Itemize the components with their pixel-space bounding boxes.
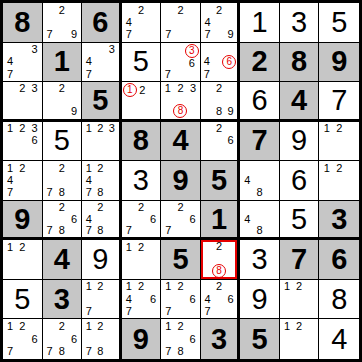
cell-r9c6[interactable]: 3 — [201, 319, 241, 359]
candidate-digit: 2 — [177, 5, 183, 16]
candidate-digit: 8 — [216, 106, 222, 117]
candidate-digit: 4 — [126, 294, 132, 305]
candidate-digit: 1 — [126, 281, 132, 292]
candidate-digit: 2 — [59, 5, 65, 16]
pencil-marks: 2478 — [83, 202, 118, 237]
pencil-marks: 12478 — [83, 162, 118, 199]
candidate-digit: 4 — [204, 294, 210, 305]
cell-r5c5[interactable]: 9 — [161, 161, 201, 201]
pencil-marks: 12 — [123, 83, 160, 118]
candidate-digit: 8 — [97, 187, 103, 198]
candidate-digit: 2 — [216, 281, 222, 292]
cell-r7c5[interactable]: 5 — [161, 240, 201, 280]
pencil-marks: 48 — [241, 202, 278, 237]
cell-r1c2[interactable]: 279 — [43, 3, 83, 43]
candidate-digit: 2 — [59, 321, 65, 332]
cell-r3c6[interactable]: 289 — [201, 82, 241, 122]
pencil-marks: 347 — [4, 44, 41, 81]
cell-r5c7[interactable]: 48 — [240, 161, 280, 201]
candidate-digit: 6 — [190, 334, 196, 345]
solved-digit: 5 — [14, 285, 30, 314]
candidate-digit: 7 — [86, 225, 92, 236]
cell-r4c2[interactable]: 5 — [43, 122, 83, 162]
given-digit: 8 — [14, 8, 30, 37]
cell-r6c9[interactable]: 3 — [319, 201, 359, 241]
cell-r7c8[interactable]: 7 — [280, 240, 320, 280]
cell-r7c1[interactable]: 12 — [3, 240, 43, 280]
candidate-digit: 7 — [7, 187, 13, 198]
candidate-digit: 7 — [165, 69, 171, 80]
candidate-digit: 4 — [86, 214, 92, 225]
given-digit: 5 — [172, 245, 188, 274]
cell-r9c4[interactable]: 9 — [122, 319, 162, 359]
candidate-digit: 7 — [86, 306, 92, 317]
candidate-digit: 8 — [59, 187, 65, 198]
candidate-digit: 6 — [71, 334, 77, 345]
solved-digit: 7 — [331, 86, 347, 115]
candidate-digit: 2 — [296, 321, 302, 332]
pencil-marks: 29 — [44, 83, 81, 118]
pencil-marks: 2678 — [44, 320, 81, 358]
candidate-digit: 1 — [86, 281, 92, 292]
given-digit: 8 — [291, 47, 307, 76]
candidate-digit: 6 — [227, 294, 233, 305]
pencil-marks: 12 — [281, 281, 318, 318]
candidate-digit: 8 — [257, 225, 263, 236]
candidate-digit: 9 — [71, 106, 77, 117]
solved-digit: 8 — [331, 285, 347, 314]
candidate-digit: 7 — [165, 346, 171, 357]
candidate-digit: 4 — [126, 17, 132, 28]
given-digit: 1 — [54, 47, 70, 76]
candidate-digit: 6 — [31, 334, 37, 345]
candidate-digit: 2 — [59, 202, 65, 213]
pencil-marks: 247 — [123, 4, 160, 41]
candidate-digit: 2 — [138, 5, 144, 16]
candidate-digit: 6 — [190, 294, 196, 305]
cell-r9c9[interactable]: 4 — [319, 319, 359, 359]
circled-candidate: 3 — [185, 44, 199, 58]
candidate-digit: 2 — [216, 5, 222, 16]
cell-r5c3[interactable]: 12478 — [82, 161, 122, 201]
cell-r4c6[interactable]: 26 — [201, 122, 241, 162]
sudoku-board: 8279624727247913534713475367467289232951… — [0, 0, 362, 362]
candidate-digit: 4 — [7, 56, 13, 67]
cell-r1c4[interactable]: 247 — [122, 3, 162, 43]
given-digit: 9 — [133, 325, 149, 354]
given-digit: 4 — [54, 245, 70, 274]
cell-r9c3[interactable]: 1278 — [82, 319, 122, 359]
given-digit: 1 — [211, 205, 227, 234]
pencil-marks: 123 — [83, 123, 118, 160]
candidate-digit: 1 — [126, 242, 132, 253]
candidate-digit: 7 — [86, 69, 92, 80]
cell-r6c8[interactable]: 5 — [280, 201, 320, 241]
circled-candidate: 8 — [173, 104, 187, 118]
candidate-digit: 7 — [86, 346, 92, 357]
candidate-digit: 6 — [71, 214, 77, 225]
pencil-marks: 12467 — [123, 281, 160, 318]
candidate-digit: 7 — [47, 187, 53, 198]
cell-r1c5[interactable]: 27 — [161, 3, 201, 43]
candidate-digit: 2 — [139, 85, 145, 96]
pencil-marks: 12 — [320, 123, 358, 160]
pencil-marks: 278 — [44, 162, 81, 199]
pencil-marks: 279 — [44, 4, 81, 41]
given-digit: 5 — [92, 86, 108, 115]
candidate-digit: 7 — [47, 225, 53, 236]
candidate-digit: 2 — [177, 83, 183, 94]
pencil-marks: 1267 — [4, 320, 41, 358]
cell-r8c9[interactable]: 8 — [319, 280, 359, 320]
candidate-digit: 7 — [204, 29, 210, 40]
pencil-marks: 1247 — [4, 162, 41, 199]
pencil-marks: 23 — [4, 83, 41, 118]
cell-r6c4[interactable]: 267 — [122, 201, 162, 241]
candidate-digit: 6 — [190, 214, 196, 225]
cell-r6c3[interactable]: 2478 — [82, 201, 122, 241]
cell-r4c8[interactable]: 9 — [280, 122, 320, 162]
cell-r7c4[interactable]: 12 — [122, 240, 162, 280]
candidate-digit: 1 — [324, 123, 330, 134]
candidate-digit: 2 — [296, 281, 302, 292]
candidate-digit: 2 — [177, 321, 183, 332]
candidate-digit: 8 — [97, 225, 103, 236]
pencil-marks: 12 — [4, 241, 41, 278]
cell-r7c7[interactable]: 3 — [240, 240, 280, 280]
cell-r8c5[interactable]: 1267 — [161, 280, 201, 320]
candidate-digit: 2 — [97, 163, 103, 174]
candidate-digit: 3 — [31, 44, 37, 55]
given-digit: 3 — [331, 205, 347, 234]
candidate-digit: 2 — [59, 163, 65, 174]
given-digit: 3 — [54, 285, 70, 314]
candidate-digit: 1 — [86, 123, 92, 134]
cell-r4c7[interactable]: 7 — [240, 122, 280, 162]
cell-r7c3[interactable]: 9 — [82, 240, 122, 280]
given-digit: 8 — [133, 126, 149, 155]
solved-digit: 4 — [331, 325, 347, 354]
pencil-marks: 12 — [320, 162, 358, 199]
candidate-digit: 1 — [165, 83, 171, 94]
cell-r3c2[interactable]: 29 — [43, 82, 83, 122]
candidate-digit: 4 — [86, 56, 92, 67]
candidate-digit: 1 — [324, 163, 330, 174]
pencil-marks: 48 — [241, 162, 278, 199]
candidate-digit: 9 — [227, 29, 233, 40]
cell-r9c8[interactable]: 12 — [280, 319, 320, 359]
given-digit: 3 — [211, 325, 227, 354]
candidate-digit: 3 — [109, 123, 115, 134]
cell-r6c7[interactable]: 48 — [240, 201, 280, 241]
circled-candidate: 6 — [222, 55, 236, 69]
solved-digit: 9 — [92, 245, 108, 274]
candidate-digit: 2 — [177, 202, 183, 213]
cell-r2c5[interactable]: 367 — [161, 43, 201, 83]
candidate-digit: 3 — [31, 123, 37, 134]
candidate-digit: 2 — [59, 83, 65, 94]
cell-r1c7[interactable]: 1 — [240, 3, 280, 43]
cell-r1c8[interactable]: 3 — [280, 3, 320, 43]
cell-r4c3[interactable]: 123 — [82, 122, 122, 162]
candidate-digit: 4 — [204, 56, 210, 67]
candidate-digit: 4 — [244, 214, 250, 225]
candidate-digit: 4 — [244, 175, 250, 186]
cell-r4c9[interactable]: 12 — [319, 122, 359, 162]
candidate-digit: 7 — [165, 306, 171, 317]
cell-r2c9[interactable]: 9 — [319, 43, 359, 83]
pencil-marks: 1238 — [162, 83, 199, 118]
candidate-digit: 1 — [7, 123, 13, 134]
pencil-marks: 2467 — [202, 281, 237, 318]
solved-digit: 3 — [291, 8, 307, 37]
cell-r2c1[interactable]: 347 — [3, 43, 43, 83]
given-digit: 9 — [172, 166, 188, 195]
candidate-digit: 2 — [19, 163, 25, 174]
cell-r8c4[interactable]: 12467 — [122, 280, 162, 320]
solved-digit: 3 — [252, 245, 268, 274]
candidate-digit: 7 — [7, 69, 13, 80]
candidate-digit: 2 — [19, 123, 25, 134]
cell-r3c3[interactable]: 5 — [82, 82, 122, 122]
cell-r8c8[interactable]: 12 — [280, 280, 320, 320]
candidate-digit: 7 — [86, 187, 92, 198]
candidate-digit: 2 — [216, 241, 222, 252]
solved-digit: 9 — [291, 126, 307, 155]
given-digit: 9 — [331, 47, 347, 76]
cell-r9c2[interactable]: 2678 — [43, 319, 83, 359]
candidate-digit: 2 — [336, 123, 342, 134]
candidate-digit: 7 — [165, 29, 171, 40]
candidate-digit: 2 — [216, 123, 222, 134]
cell-r2c4[interactable]: 5 — [122, 43, 162, 83]
pencil-marks: 1267 — [162, 281, 199, 318]
pencil-marks: 267 — [123, 202, 160, 237]
cell-r3c8[interactable]: 4 — [280, 82, 320, 122]
cell-r3c1[interactable]: 23 — [3, 82, 43, 122]
candidate-digit: 2 — [19, 321, 25, 332]
cell-r7c6[interactable]: 28 — [201, 240, 241, 280]
candidate-digit: 9 — [71, 29, 77, 40]
cell-r3c4[interactable]: 12 — [122, 82, 162, 122]
solved-digit: 5 — [54, 126, 70, 155]
candidate-digit: 1 — [86, 163, 92, 174]
cell-r3c7[interactable]: 6 — [240, 82, 280, 122]
candidate-digit: 6 — [227, 135, 233, 146]
candidate-digit: 2 — [138, 281, 144, 292]
pencil-marks: 1278 — [83, 320, 118, 358]
pencil-marks: 12 — [123, 241, 160, 278]
candidate-digit: 4 — [86, 175, 92, 186]
candidate-digit: 1 — [284, 281, 290, 292]
candidate-digit: 2 — [19, 242, 25, 253]
candidate-digit: 6 — [31, 135, 37, 146]
pencil-marks: 12678 — [162, 320, 199, 358]
cell-r6c5[interactable]: 267 — [161, 201, 201, 241]
solved-digit: 5 — [331, 8, 347, 37]
cell-r8c6[interactable]: 2467 — [201, 280, 241, 320]
pencil-marks: 127 — [83, 281, 118, 318]
candidate-digit: 8 — [177, 346, 183, 357]
circled-candidate: 8 — [212, 264, 226, 278]
candidate-digit: 1 — [86, 321, 92, 332]
candidate-digit: 6 — [189, 58, 195, 69]
candidate-digit: 7 — [47, 346, 53, 357]
cell-r4c5[interactable]: 4 — [161, 122, 201, 162]
candidate-digit: 7 — [126, 306, 132, 317]
cell-r5c8[interactable]: 6 — [280, 161, 320, 201]
candidate-digit: 2 — [138, 202, 144, 213]
solved-digit: 5 — [133, 47, 149, 76]
given-digit: 5 — [252, 325, 268, 354]
given-digit: 6 — [331, 245, 347, 274]
candidate-digit: 8 — [59, 225, 65, 236]
candidate-digit: 2 — [336, 163, 342, 174]
cell-r4c1[interactable]: 1236 — [3, 122, 43, 162]
cell-r2c3[interactable]: 347 — [82, 43, 122, 83]
given-digit: 4 — [172, 126, 188, 155]
cell-r7c2[interactable]: 4 — [43, 240, 83, 280]
candidate-digit: 2 — [97, 281, 103, 292]
candidate-digit: 1 — [7, 163, 13, 174]
given-digit: 5 — [211, 166, 227, 195]
solved-digit: 6 — [291, 166, 307, 195]
cell-r1c9[interactable]: 5 — [319, 3, 359, 43]
cell-r5c1[interactable]: 1247 — [3, 161, 43, 201]
pencil-marks: 26 — [202, 123, 237, 160]
circled-candidate: 1 — [123, 83, 137, 97]
candidate-digit: 2 — [97, 321, 103, 332]
cell-r6c2[interactable]: 2678 — [43, 201, 83, 241]
given-digit: 9 — [14, 205, 30, 234]
pencil-marks: 2678 — [44, 202, 81, 237]
cell-r4c4[interactable]: 8 — [122, 122, 162, 162]
cell-r3c5[interactable]: 1238 — [161, 82, 201, 122]
solved-digit: 1 — [252, 8, 268, 37]
candidate-digit: 2 — [177, 281, 183, 292]
candidate-digit: 3 — [109, 44, 115, 55]
candidate-digit: 2 — [19, 83, 25, 94]
cell-r2c7[interactable]: 2 — [240, 43, 280, 83]
solved-digit: 9 — [252, 285, 268, 314]
candidate-digit: 8 — [257, 187, 263, 198]
candidate-digit: 1 — [7, 242, 13, 253]
pencil-marks: 27 — [162, 4, 199, 41]
candidate-digit: 9 — [227, 106, 233, 117]
pencil-marks: 12 — [281, 320, 318, 358]
pencil-marks: 289 — [202, 83, 237, 118]
cell-r1c6[interactable]: 2479 — [201, 3, 241, 43]
given-digit: 7 — [291, 245, 307, 274]
cell-r8c7[interactable]: 9 — [240, 280, 280, 320]
candidate-digit: 7 — [204, 69, 210, 80]
candidate-digit: 8 — [97, 346, 103, 357]
solved-digit: 3 — [133, 166, 149, 195]
solved-digit: 6 — [252, 86, 268, 115]
candidate-digit: 3 — [190, 83, 196, 94]
cell-r2c2[interactable]: 1 — [43, 43, 83, 83]
cell-r7c9[interactable]: 6 — [319, 240, 359, 280]
cell-r1c3[interactable]: 6 — [82, 3, 122, 43]
given-digit: 4 — [291, 86, 307, 115]
cell-r9c7[interactable]: 5 — [240, 319, 280, 359]
cell-r8c3[interactable]: 127 — [82, 280, 122, 320]
candidate-digit: 1 — [165, 281, 171, 292]
candidate-digit: 7 — [204, 306, 210, 317]
candidate-digit: 7 — [47, 29, 53, 40]
given-digit: 7 — [252, 126, 268, 155]
candidate-digit: 6 — [150, 294, 156, 305]
candidate-digit: 2 — [216, 83, 222, 94]
candidate-digit: 3 — [31, 83, 37, 94]
candidate-digit: 7 — [165, 225, 171, 236]
candidate-digit: 8 — [59, 346, 65, 357]
cell-r2c6[interactable]: 467 — [201, 43, 241, 83]
cell-r9c5[interactable]: 12678 — [161, 319, 201, 359]
candidate-digit: 7 — [7, 346, 13, 357]
cell-r8c1[interactable]: 5 — [3, 280, 43, 320]
pencil-marks: 1236 — [4, 123, 41, 160]
pencil-marks: 28 — [202, 241, 237, 278]
candidate-digit: 6 — [150, 214, 156, 225]
given-digit: 2 — [252, 47, 268, 76]
cell-r5c9[interactable]: 12 — [319, 161, 359, 201]
cell-r2c8[interactable]: 8 — [280, 43, 320, 83]
cell-r9c1[interactable]: 1267 — [3, 319, 43, 359]
candidate-digit: 7 — [126, 225, 132, 236]
cell-r5c4[interactable]: 3 — [122, 161, 162, 201]
candidate-digit: 4 — [204, 17, 210, 28]
candidate-digit: 2 — [138, 242, 144, 253]
pencil-marks: 267 — [162, 202, 199, 237]
cell-r6c1[interactable]: 9 — [3, 201, 43, 241]
candidate-digit: 7 — [126, 29, 132, 40]
pencil-marks: 467 — [202, 44, 237, 81]
cell-r5c6[interactable]: 5 — [201, 161, 241, 201]
candidate-digit: 2 — [97, 202, 103, 213]
cell-r1c1[interactable]: 8 — [3, 3, 43, 43]
candidate-digit: 4 — [7, 175, 13, 186]
candidate-digit: 1 — [7, 321, 13, 332]
candidate-digit: 1 — [284, 321, 290, 332]
pencil-marks: 367 — [162, 44, 199, 81]
solved-digit: 5 — [291, 205, 307, 234]
pencil-marks: 2479 — [202, 4, 237, 41]
cell-r3c9[interactable]: 7 — [319, 82, 359, 122]
cell-r6c6[interactable]: 1 — [201, 201, 241, 241]
cell-r5c2[interactable]: 278 — [43, 161, 83, 201]
pencil-marks: 347 — [83, 44, 118, 81]
candidate-digit: 1 — [165, 321, 171, 332]
given-digit: 6 — [92, 8, 108, 37]
cell-r8c2[interactable]: 3 — [43, 280, 83, 320]
candidate-digit: 2 — [97, 123, 103, 134]
